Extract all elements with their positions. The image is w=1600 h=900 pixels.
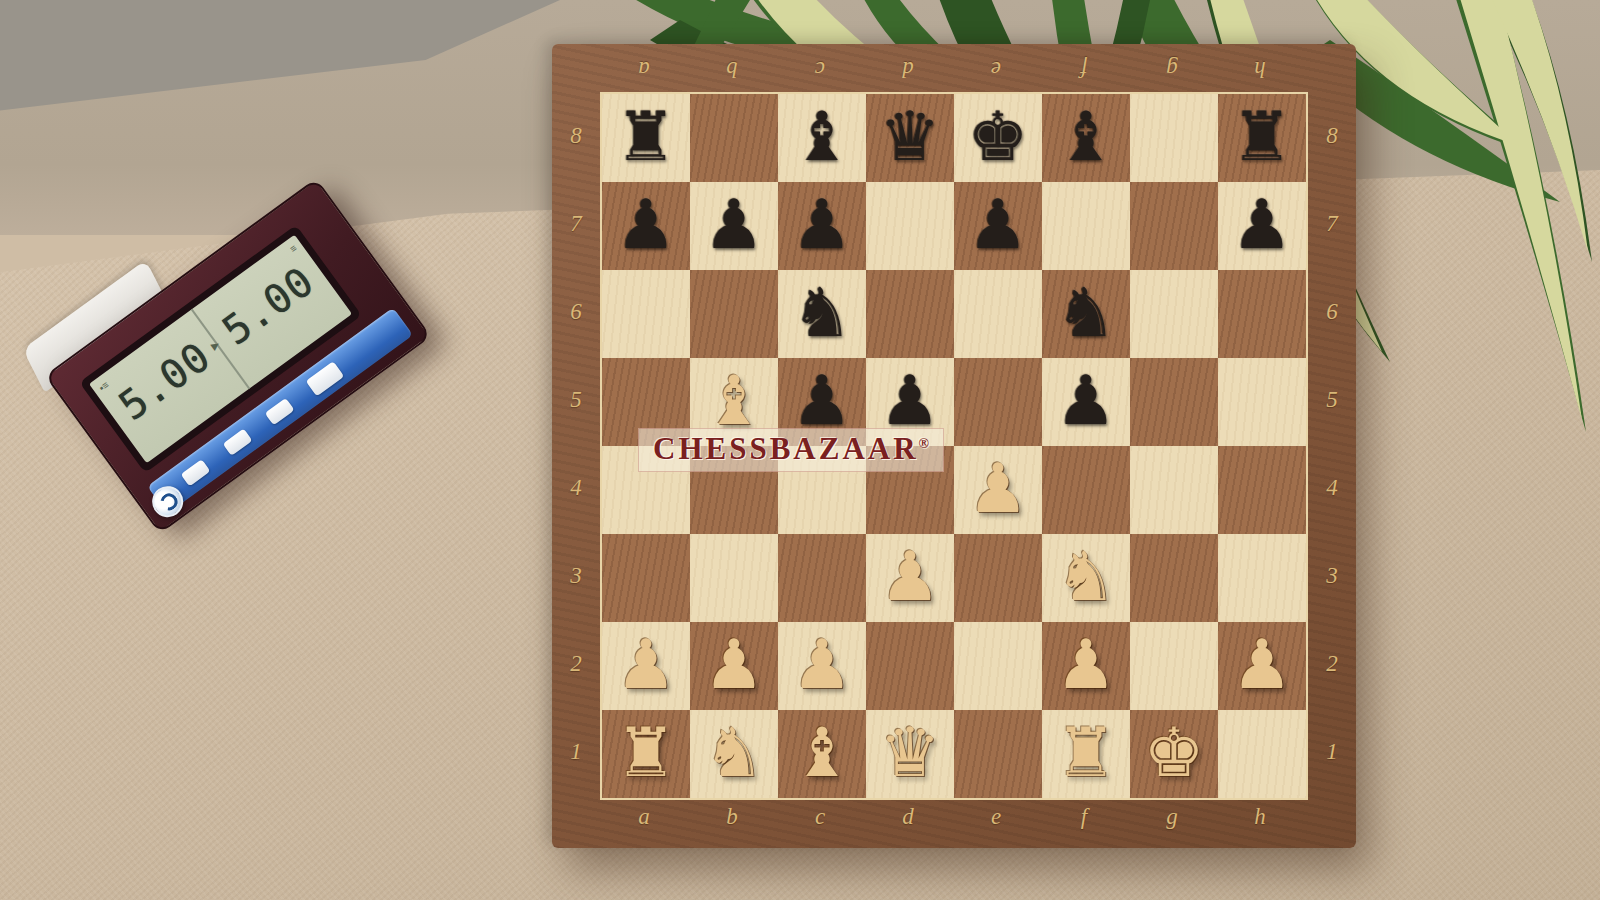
square-a1[interactable]: ♜ — [602, 710, 690, 798]
square-e6[interactable] — [954, 270, 1042, 358]
square-g1[interactable]: ♚ — [1130, 710, 1218, 798]
rank-label-right-3: 3 — [1317, 532, 1347, 620]
black-pawn-h7[interactable]: ♟ — [1218, 182, 1306, 270]
rank-label-left-6: 6 — [561, 268, 591, 356]
square-b3[interactable] — [690, 534, 778, 622]
clock-plus-button[interactable] — [222, 428, 252, 455]
file-label-top-a: a — [600, 56, 688, 82]
rank-label-right-8: 8 — [1317, 92, 1347, 180]
square-e4[interactable]: ♟ — [954, 446, 1042, 534]
square-d7[interactable] — [866, 182, 954, 270]
black-pawn-b7[interactable]: ♟ — [690, 182, 778, 270]
scene: ▪≡ 5.00 ▶ ≡ 5.00 ♜♝♛ — [0, 0, 1600, 900]
black-rook-a8[interactable]: ♜ — [602, 94, 690, 182]
rank-label-right-2: 2 — [1317, 620, 1347, 708]
clock-brand-badge — [305, 361, 344, 396]
rank-label-left-2: 2 — [561, 620, 591, 708]
black-pawn-c7[interactable]: ♟ — [778, 182, 866, 270]
black-king-e8[interactable]: ♚ — [954, 94, 1042, 182]
white-queen-d1[interactable]: ♛ — [866, 710, 954, 798]
square-h3[interactable] — [1218, 534, 1306, 622]
square-e8[interactable]: ♚ — [954, 94, 1042, 182]
square-d8[interactable]: ♛ — [866, 94, 954, 182]
file-label-top-d: d — [864, 56, 952, 82]
file-label-top-h: h — [1216, 56, 1304, 82]
square-c6[interactable]: ♞ — [778, 270, 866, 358]
square-e1[interactable] — [954, 710, 1042, 798]
square-g7[interactable] — [1130, 182, 1218, 270]
watermark: CHESSBAZAAR® — [638, 428, 944, 472]
file-label-bottom-b: b — [688, 804, 776, 830]
black-knight-c6[interactable]: ♞ — [778, 270, 866, 358]
white-pawn-e4[interactable]: ♟ — [954, 446, 1042, 534]
square-a7[interactable]: ♟ — [602, 182, 690, 270]
rank-label-left-4: 4 — [561, 444, 591, 532]
square-c1[interactable]: ♝ — [778, 710, 866, 798]
rank-label-right-7: 7 — [1317, 180, 1347, 268]
file-label-bottom-g: g — [1128, 804, 1216, 830]
white-pawn-h2[interactable]: ♟ — [1218, 622, 1306, 710]
white-rook-a1[interactable]: ♜ — [602, 710, 690, 798]
file-label-top-e: e — [952, 56, 1040, 82]
square-d1[interactable]: ♛ — [866, 710, 954, 798]
white-pawn-b2[interactable]: ♟ — [690, 622, 778, 710]
square-a6[interactable] — [602, 270, 690, 358]
white-rook-f1[interactable]: ♜ — [1042, 710, 1130, 798]
square-e7[interactable]: ♟ — [954, 182, 1042, 270]
clock-minus-button[interactable] — [180, 459, 210, 486]
square-d6[interactable] — [866, 270, 954, 358]
square-f1[interactable]: ♜ — [1042, 710, 1130, 798]
square-d2[interactable] — [866, 622, 954, 710]
white-pawn-a2[interactable]: ♟ — [602, 622, 690, 710]
file-label-top-f: f — [1040, 56, 1128, 82]
square-g6[interactable] — [1130, 270, 1218, 358]
white-pawn-c2[interactable]: ♟ — [778, 622, 866, 710]
square-b2[interactable]: ♟ — [690, 622, 778, 710]
file-label-bottom-h: h — [1216, 804, 1304, 830]
square-h5[interactable] — [1218, 358, 1306, 446]
square-f5[interactable]: ♟ — [1042, 358, 1130, 446]
square-h2[interactable]: ♟ — [1218, 622, 1306, 710]
square-b6[interactable] — [690, 270, 778, 358]
square-h4[interactable] — [1218, 446, 1306, 534]
rank-label-left-1: 1 — [561, 708, 591, 796]
square-h6[interactable] — [1218, 270, 1306, 358]
square-a2[interactable]: ♟ — [602, 622, 690, 710]
rank-label-left-5: 5 — [561, 356, 591, 444]
black-pawn-a7[interactable]: ♟ — [602, 182, 690, 270]
square-e2[interactable] — [954, 622, 1042, 710]
file-label-bottom-a: a — [600, 804, 688, 830]
white-knight-b1[interactable]: ♞ — [690, 710, 778, 798]
square-a8[interactable]: ♜ — [602, 94, 690, 182]
rank-label-left-8: 8 — [561, 92, 591, 180]
square-e5[interactable] — [954, 358, 1042, 446]
square-h1[interactable] — [1218, 710, 1306, 798]
square-h7[interactable]: ♟ — [1218, 182, 1306, 270]
square-f2[interactable]: ♟ — [1042, 622, 1130, 710]
white-pawn-d3[interactable]: ♟ — [866, 534, 954, 622]
white-pawn-f2[interactable]: ♟ — [1042, 622, 1130, 710]
black-bishop-c8[interactable]: ♝ — [778, 94, 866, 182]
square-c3[interactable] — [778, 534, 866, 622]
white-king-g1[interactable]: ♚ — [1130, 710, 1218, 798]
square-g8[interactable] — [1130, 94, 1218, 182]
square-d3[interactable]: ♟ — [866, 534, 954, 622]
file-label-top-b: b — [688, 56, 776, 82]
square-c7[interactable]: ♟ — [778, 182, 866, 270]
square-g5[interactable] — [1130, 358, 1218, 446]
file-label-bottom-f: f — [1040, 804, 1128, 830]
file-label-bottom-d: d — [864, 804, 952, 830]
black-pawn-f5[interactable]: ♟ — [1042, 358, 1130, 446]
square-e3[interactable] — [954, 534, 1042, 622]
square-g3[interactable] — [1130, 534, 1218, 622]
rank-label-right-4: 4 — [1317, 444, 1347, 532]
square-f8[interactable]: ♝ — [1042, 94, 1130, 182]
watermark-text: CHESSBAZAAR — [653, 431, 919, 466]
watermark-registered-mark: ® — [919, 436, 929, 451]
file-label-bottom-c: c — [776, 804, 864, 830]
black-knight-f6[interactable]: ♞ — [1042, 270, 1130, 358]
file-label-top-g: g — [1128, 56, 1216, 82]
black-queen-d8[interactable]: ♛ — [866, 94, 954, 182]
square-g2[interactable] — [1130, 622, 1218, 710]
black-rook-h8[interactable]: ♜ — [1218, 94, 1306, 182]
square-g4[interactable] — [1130, 446, 1218, 534]
rank-label-right-1: 1 — [1317, 708, 1347, 796]
file-label-bottom-e: e — [952, 804, 1040, 830]
square-f4[interactable] — [1042, 446, 1130, 534]
black-pawn-e7[interactable]: ♟ — [954, 182, 1042, 270]
clock-play-pause-button[interactable] — [264, 398, 294, 425]
square-b7[interactable]: ♟ — [690, 182, 778, 270]
rank-label-left-3: 3 — [561, 532, 591, 620]
square-b1[interactable]: ♞ — [690, 710, 778, 798]
square-c2[interactable]: ♟ — [778, 622, 866, 710]
rank-label-right-5: 5 — [1317, 356, 1347, 444]
square-f3[interactable]: ♞ — [1042, 534, 1130, 622]
square-h8[interactable]: ♜ — [1218, 94, 1306, 182]
white-knight-f3[interactable]: ♞ — [1042, 534, 1130, 622]
square-b8[interactable] — [690, 94, 778, 182]
square-a3[interactable] — [602, 534, 690, 622]
rank-label-left-7: 7 — [561, 180, 591, 268]
rank-label-right-6: 6 — [1317, 268, 1347, 356]
black-bishop-f8[interactable]: ♝ — [1042, 94, 1130, 182]
square-c8[interactable]: ♝ — [778, 94, 866, 182]
white-bishop-c1[interactable]: ♝ — [778, 710, 866, 798]
square-f6[interactable]: ♞ — [1042, 270, 1130, 358]
file-label-top-c: c — [776, 56, 864, 82]
square-f7[interactable] — [1042, 182, 1130, 270]
